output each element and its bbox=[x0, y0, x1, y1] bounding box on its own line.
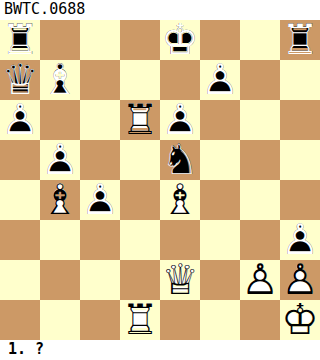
square-g5[interactable] bbox=[240, 140, 280, 180]
black-pawn-piece: ♟ bbox=[280, 220, 320, 260]
square-g7[interactable] bbox=[240, 60, 280, 100]
white-bishop-piece-outline: ♗ bbox=[160, 180, 200, 220]
square-h4[interactable] bbox=[280, 180, 320, 220]
black-pawn-piece-outline: ♙ bbox=[0, 100, 40, 140]
square-f6[interactable] bbox=[200, 100, 240, 140]
square-f8[interactable] bbox=[200, 20, 240, 60]
square-f2[interactable] bbox=[200, 260, 240, 300]
square-d5[interactable] bbox=[120, 140, 160, 180]
black-pawn-piece: ♟ bbox=[0, 100, 40, 140]
square-c8[interactable] bbox=[80, 20, 120, 60]
square-d6[interactable]: ♜♖ bbox=[120, 100, 160, 140]
black-queen-piece-outline: ♕ bbox=[0, 60, 40, 100]
square-g1[interactable] bbox=[240, 300, 280, 340]
square-b5[interactable]: ♟♙ bbox=[40, 140, 80, 180]
black-rook-piece-outline: ♖ bbox=[280, 20, 320, 60]
square-e2[interactable]: ♛♕ bbox=[160, 260, 200, 300]
square-f5[interactable] bbox=[200, 140, 240, 180]
black-rook-piece: ♜ bbox=[0, 20, 40, 60]
black-pawn-piece-outline: ♙ bbox=[200, 60, 240, 100]
square-e3[interactable] bbox=[160, 220, 200, 260]
square-h7[interactable] bbox=[280, 60, 320, 100]
black-pawn-piece: ♟ bbox=[160, 100, 200, 140]
black-queen-piece: ♛ bbox=[0, 60, 40, 100]
square-h1[interactable]: ♚♔ bbox=[280, 300, 320, 340]
black-knight-piece-outline: ♘ bbox=[160, 140, 200, 180]
square-a4[interactable] bbox=[0, 180, 40, 220]
square-a6[interactable]: ♟♙ bbox=[0, 100, 40, 140]
chess-board: ♜♖♚♔♜♖♛♕♝♗♟♙♟♙♜♖♟♙♟♙♞♘♝♗♟♙♝♗♟♙♛♕♟♙♟♙♜♖♚♔ bbox=[0, 20, 320, 340]
white-rook-piece: ♜ bbox=[120, 300, 160, 340]
black-pawn-piece-outline: ♙ bbox=[160, 100, 200, 140]
white-bishop-piece: ♝ bbox=[160, 180, 200, 220]
black-pawn-piece: ♟ bbox=[80, 180, 120, 220]
square-g3[interactable] bbox=[240, 220, 280, 260]
square-c4[interactable]: ♟♙ bbox=[80, 180, 120, 220]
square-d7[interactable] bbox=[120, 60, 160, 100]
square-b3[interactable] bbox=[40, 220, 80, 260]
square-e8[interactable]: ♚♔ bbox=[160, 20, 200, 60]
white-rook-piece: ♜ bbox=[120, 100, 160, 140]
white-rook-piece-outline: ♖ bbox=[120, 100, 160, 140]
square-d8[interactable] bbox=[120, 20, 160, 60]
square-f4[interactable] bbox=[200, 180, 240, 220]
square-c1[interactable] bbox=[80, 300, 120, 340]
white-bishop-piece-outline: ♗ bbox=[40, 180, 80, 220]
square-a2[interactable] bbox=[0, 260, 40, 300]
white-rook-piece-outline: ♖ bbox=[120, 300, 160, 340]
square-f3[interactable] bbox=[200, 220, 240, 260]
square-c5[interactable] bbox=[80, 140, 120, 180]
puzzle-id-label: BWTC.0688 bbox=[0, 0, 320, 20]
black-knight-piece: ♞ bbox=[160, 140, 200, 180]
square-b1[interactable] bbox=[40, 300, 80, 340]
square-e6[interactable]: ♟♙ bbox=[160, 100, 200, 140]
black-pawn-piece-outline: ♙ bbox=[80, 180, 120, 220]
square-c6[interactable] bbox=[80, 100, 120, 140]
square-h5[interactable] bbox=[280, 140, 320, 180]
black-king-piece: ♚ bbox=[160, 20, 200, 60]
square-c7[interactable] bbox=[80, 60, 120, 100]
black-bishop-piece: ♝ bbox=[40, 60, 80, 100]
square-g4[interactable] bbox=[240, 180, 280, 220]
square-f7[interactable]: ♟♙ bbox=[200, 60, 240, 100]
white-pawn-piece-outline: ♙ bbox=[240, 260, 280, 300]
square-b6[interactable] bbox=[40, 100, 80, 140]
black-king-piece-outline: ♔ bbox=[160, 20, 200, 60]
square-f1[interactable] bbox=[200, 300, 240, 340]
black-pawn-piece-outline: ♙ bbox=[40, 140, 80, 180]
black-pawn-piece: ♟ bbox=[200, 60, 240, 100]
square-d4[interactable] bbox=[120, 180, 160, 220]
white-pawn-piece-outline: ♙ bbox=[280, 260, 320, 300]
move-prompt: 1. ? bbox=[0, 340, 320, 360]
white-king-piece: ♚ bbox=[280, 300, 320, 340]
white-king-piece-outline: ♔ bbox=[280, 300, 320, 340]
black-rook-piece-outline: ♖ bbox=[0, 20, 40, 60]
square-c2[interactable] bbox=[80, 260, 120, 300]
square-a8[interactable]: ♜♖ bbox=[0, 20, 40, 60]
white-pawn-piece: ♟ bbox=[240, 260, 280, 300]
black-pawn-piece-outline: ♙ bbox=[280, 220, 320, 260]
black-pawn-piece: ♟ bbox=[40, 140, 80, 180]
square-c3[interactable] bbox=[80, 220, 120, 260]
square-e5[interactable]: ♞♘ bbox=[160, 140, 200, 180]
square-h3[interactable]: ♟♙ bbox=[280, 220, 320, 260]
square-d2[interactable] bbox=[120, 260, 160, 300]
white-queen-piece-outline: ♕ bbox=[160, 260, 200, 300]
square-b8[interactable] bbox=[40, 20, 80, 60]
white-bishop-piece: ♝ bbox=[40, 180, 80, 220]
white-queen-piece: ♛ bbox=[160, 260, 200, 300]
square-a1[interactable] bbox=[0, 300, 40, 340]
white-pawn-piece: ♟ bbox=[280, 260, 320, 300]
square-d3[interactable] bbox=[120, 220, 160, 260]
square-h2[interactable]: ♟♙ bbox=[280, 260, 320, 300]
square-g6[interactable] bbox=[240, 100, 280, 140]
chess-puzzle-window: BWTC.0688 ♜♖♚♔♜♖♛♕♝♗♟♙♟♙♜♖♟♙♟♙♞♘♝♗♟♙♝♗♟♙… bbox=[0, 0, 320, 360]
square-a5[interactable] bbox=[0, 140, 40, 180]
square-h6[interactable] bbox=[280, 100, 320, 140]
square-d1[interactable]: ♜♖ bbox=[120, 300, 160, 340]
black-bishop-piece-outline: ♗ bbox=[40, 60, 80, 100]
square-a3[interactable] bbox=[0, 220, 40, 260]
square-e7[interactable] bbox=[160, 60, 200, 100]
square-a7[interactable]: ♛♕ bbox=[0, 60, 40, 100]
square-b4[interactable]: ♝♗ bbox=[40, 180, 80, 220]
black-rook-piece: ♜ bbox=[280, 20, 320, 60]
square-h8[interactable]: ♜♖ bbox=[280, 20, 320, 60]
square-e1[interactable] bbox=[160, 300, 200, 340]
square-b7[interactable]: ♝♗ bbox=[40, 60, 80, 100]
square-g2[interactable]: ♟♙ bbox=[240, 260, 280, 300]
square-b2[interactable] bbox=[40, 260, 80, 300]
square-g8[interactable] bbox=[240, 20, 280, 60]
square-e4[interactable]: ♝♗ bbox=[160, 180, 200, 220]
